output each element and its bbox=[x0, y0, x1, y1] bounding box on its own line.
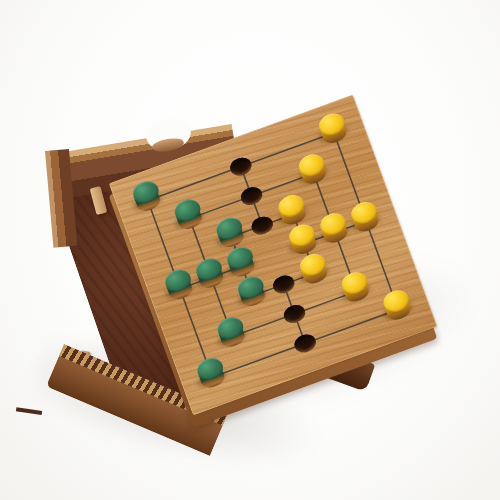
scene bbox=[0, 0, 500, 500]
hole-d7[interactable] bbox=[228, 155, 255, 179]
hole-d1[interactable] bbox=[292, 332, 319, 356]
hole-d2[interactable] bbox=[281, 302, 308, 326]
hole-d5[interactable] bbox=[249, 214, 276, 238]
hole-d6[interactable] bbox=[238, 184, 265, 208]
hole-d3[interactable] bbox=[270, 273, 297, 297]
